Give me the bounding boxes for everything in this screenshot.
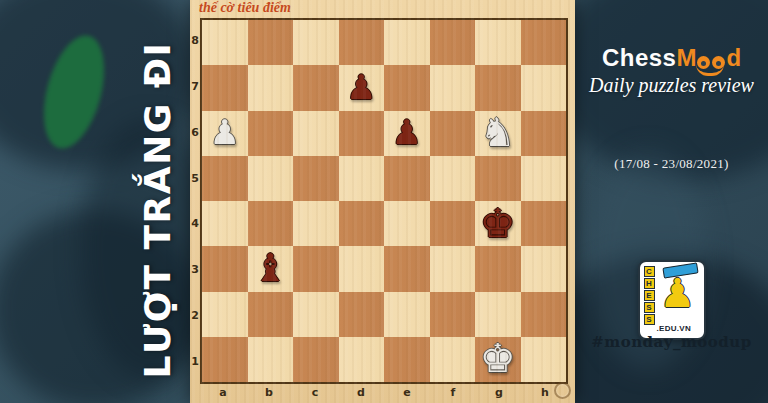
branding-panel: Chess M d Daily puzzles review (17/08 - … (575, 0, 768, 403)
square-e4 (384, 201, 430, 246)
square-d3 (339, 246, 385, 291)
square-f5 (430, 156, 476, 201)
square-a3 (202, 246, 248, 291)
square-e3 (384, 246, 430, 291)
square-g6: ♞ (475, 111, 521, 156)
square-e5 (384, 156, 430, 201)
square-f1 (430, 337, 476, 382)
square-c1 (293, 337, 339, 382)
brand-d-letter: d (726, 46, 741, 70)
brand-chess-text: Chess (602, 46, 677, 70)
black-king-g4: ♚ (480, 203, 516, 243)
poster: LƯỢT TRẮNG ĐI thế cờ tiêu điểm 87654321 … (0, 0, 768, 403)
square-d1 (339, 337, 385, 382)
hashtag-text: #monday_moodup (575, 333, 768, 351)
square-c6 (293, 111, 339, 156)
square-c4 (293, 201, 339, 246)
rank-label-3: 3 (190, 247, 200, 293)
brand-m-letter: M (676, 46, 696, 70)
file-label-a: a (200, 384, 246, 401)
square-b1 (248, 337, 294, 382)
square-f8 (430, 20, 476, 65)
file-label-g: g (476, 384, 522, 401)
chessmood-logo: Chess M d (575, 44, 768, 70)
rank-label-5: 5 (190, 155, 200, 201)
square-a4 (202, 201, 248, 246)
square-f7 (430, 65, 476, 110)
square-h6 (521, 111, 567, 156)
square-a7 (202, 65, 248, 110)
square-h3 (521, 246, 567, 291)
square-e2 (384, 292, 430, 337)
square-f4 (430, 201, 476, 246)
date-range: (17/08 - 23/08/2021) (575, 156, 768, 172)
white-king-g1: ♚ (480, 338, 516, 378)
square-g8 (475, 20, 521, 65)
square-b6 (248, 111, 294, 156)
chess-edu-vn-badge: CHESS ♟ .EDU.VN (638, 260, 706, 340)
board-grid: ♟♟♟♞♚♝♚ (200, 18, 568, 384)
square-a8 (202, 20, 248, 65)
file-labels: abcdefgh (200, 384, 568, 401)
frame-corner-circle (554, 382, 571, 399)
square-g5 (475, 156, 521, 201)
rank-labels: 87654321 (190, 18, 200, 384)
square-a5 (202, 156, 248, 201)
square-g7 (475, 65, 521, 110)
badge-domain-text: .EDU.VN (657, 324, 692, 333)
white-pawn-a6: ♟ (210, 115, 240, 149)
square-f3 (430, 246, 476, 291)
square-a2 (202, 292, 248, 337)
square-d5 (339, 156, 385, 201)
badge-vertical-letters: CHESS (644, 266, 655, 325)
square-e8 (384, 20, 430, 65)
square-h8 (521, 20, 567, 65)
badge-letter-H: H (644, 278, 655, 289)
square-h5 (521, 156, 567, 201)
square-c2 (293, 292, 339, 337)
square-d6 (339, 111, 385, 156)
rank-label-7: 7 (190, 64, 200, 110)
square-b8 (248, 20, 294, 65)
square-a1 (202, 337, 248, 382)
badge-pawn-icon: ♟ (660, 273, 696, 313)
square-g2 (475, 292, 521, 337)
rank-label-6: 6 (190, 110, 200, 156)
square-b5 (248, 156, 294, 201)
board-title: thế cờ tiêu điểm (199, 0, 291, 16)
square-d4 (339, 201, 385, 246)
file-label-d: d (338, 384, 384, 401)
rank-label-4: 4 (190, 201, 200, 247)
square-h7 (521, 65, 567, 110)
square-h2 (521, 292, 567, 337)
rank-label-1: 1 (190, 338, 200, 384)
black-pawn-d7: ♟ (346, 70, 376, 104)
badge-letter-S: S (644, 302, 655, 313)
square-g4: ♚ (475, 201, 521, 246)
square-g1: ♚ (475, 337, 521, 382)
square-d7: ♟ (339, 65, 385, 110)
square-a6: ♟ (202, 111, 248, 156)
rank-label-8: 8 (190, 18, 200, 64)
brand-mood-text: M d (676, 46, 741, 70)
square-h1 (521, 337, 567, 382)
file-label-f: f (430, 384, 476, 401)
square-e6: ♟ (384, 111, 430, 156)
square-f2 (430, 292, 476, 337)
square-e1 (384, 337, 430, 382)
square-h4 (521, 201, 567, 246)
badge-letter-E: E (644, 290, 655, 301)
badge-letter-S: S (644, 314, 655, 325)
square-f6 (430, 111, 476, 156)
green-piece-base (33, 29, 115, 155)
square-b4 (248, 201, 294, 246)
square-b7 (248, 65, 294, 110)
file-label-b: b (246, 384, 292, 401)
file-label-c: c (292, 384, 338, 401)
black-bishop-b3: ♝ (253, 249, 287, 287)
square-c7 (293, 65, 339, 110)
white-to-move-banner: LƯỢT TRẮNG ĐI (137, 42, 178, 379)
square-c8 (293, 20, 339, 65)
square-e7 (384, 65, 430, 110)
chess-board-panel: thế cờ tiêu điểm 87654321 ♟♟♟♞♚♝♚ abcdef… (190, 0, 575, 403)
badge-letter-C: C (644, 266, 655, 277)
white-knight-g6: ♞ (480, 112, 516, 152)
square-d8 (339, 20, 385, 65)
square-c3 (293, 246, 339, 291)
file-label-e: e (384, 384, 430, 401)
square-b2 (248, 292, 294, 337)
subtitle-daily-puzzles: Daily puzzles review (575, 74, 768, 97)
square-b3: ♝ (248, 246, 294, 291)
black-pawn-e6: ♟ (392, 115, 422, 149)
rank-label-2: 2 (190, 293, 200, 339)
square-c5 (293, 156, 339, 201)
square-g3 (475, 246, 521, 291)
square-d2 (339, 292, 385, 337)
